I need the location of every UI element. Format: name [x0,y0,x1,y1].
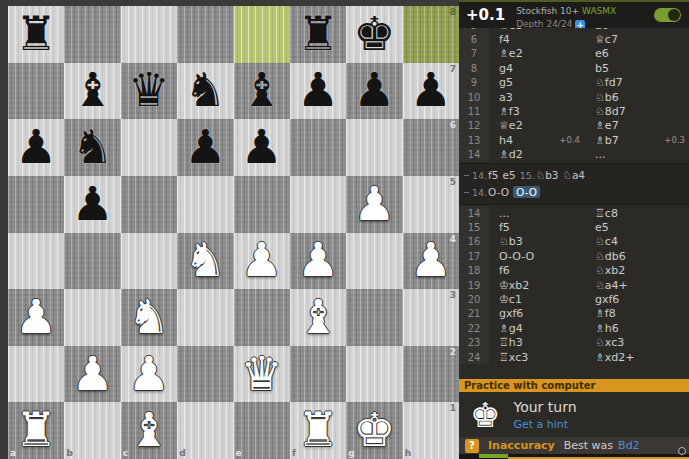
square-e1[interactable]: e [234,402,290,459]
white-move-text[interactable]: f6 [499,264,510,277]
white-move[interactable]: ... [489,206,585,220]
black-pawn-h7[interactable]: ♟ [410,66,452,113]
square-b3[interactable] [64,289,120,346]
move-number: 19 [459,278,489,292]
move-row-14: 14...♖c8 [459,206,689,220]
best-move-link[interactable]: Bd2 [618,439,640,452]
progress-green-segment [479,454,508,458]
square-a7[interactable] [8,63,64,120]
white-move-text[interactable]: ♖xc3 [499,351,528,364]
black-knight-d7[interactable]: ♞ [184,66,226,113]
move-number: 10 [459,90,489,104]
rank-label-5: 5 [450,178,456,187]
rank-label-6: 6 [450,121,456,130]
black-move[interactable]: ♕c7 [585,32,689,46]
get-hint-link[interactable]: Get a hint [513,418,576,431]
white-move-text[interactable]: ♗d2 [499,148,523,161]
black-move-text[interactable]: ♕c7 [595,33,618,46]
white-pawn-g5[interactable]: ♟ [353,180,395,227]
black-move-text[interactable]: ♘xb2 [595,264,625,277]
engine-header: +0.1 Stockfish 10+WASMX Depth 24/24+ [459,2,689,28]
move-row-20: 20♔c1gxf6 [459,292,689,306]
file-label-h: h [405,449,411,458]
black-rook-a8[interactable]: ♜ [15,10,57,57]
move-row-24: 24♖xc3♗xd2+ [459,350,689,364]
black-knight-b6[interactable]: ♞ [71,123,113,170]
square-d8[interactable] [177,6,233,63]
variation-line-2: 14.O-OO-O [463,184,685,201]
move-number: 15 [459,220,489,234]
file-label-g: g [348,449,354,458]
white-move[interactable]: f6 [489,263,585,277]
black-move[interactable]: ♘8d7 [585,104,689,118]
chess-analysis-app: ♜♜♚8♝♛♞♝♟♟♟7♟♞♟♟6♟♟5♞♟♟♟4♟♞♝3♟♟♛2♜ab♝cde… [0,0,689,459]
variation-move[interactable]: ♘b3 [536,169,559,181]
white-move-text[interactable]: f4 [499,33,510,46]
engine-name-line: Stockfish 10+WASMX [516,6,616,16]
move-number: 13 [459,133,489,147]
square-a3[interactable]: ♟ [8,289,64,346]
square-c2[interactable]: ♟ [121,346,177,403]
square-b1[interactable]: b [64,402,120,459]
square-c8[interactable] [121,6,177,63]
move-row-17: 17O-O-O♘db6 [459,249,689,263]
practice-bar: Practice with computer [459,379,689,392]
square-a5[interactable] [8,176,64,233]
square-e6[interactable]: ♟ [234,119,290,176]
square-g3[interactable] [346,289,402,346]
black-move-text[interactable]: ♗xd2+ [595,351,635,364]
square-h1[interactable]: 1h [403,402,459,459]
white-move-text[interactable]: ♗e2 [499,47,523,60]
white-knight-c3[interactable]: ♞ [128,293,170,340]
white-move[interactable]: ♘b3 [489,235,585,249]
move-row-14: 14♗d2... [459,148,689,162]
square-f8[interactable]: ♜ [290,6,346,63]
move-row-18: 18f6♘xb2 [459,263,689,277]
black-move-text[interactable]: e5 [595,221,609,234]
black-move[interactable]: ♘xc3 [585,335,689,349]
white-move[interactable]: ♗e2 [489,47,585,61]
square-d6[interactable]: ♟ [177,119,233,176]
black-rook-f8[interactable]: ♜ [297,10,339,57]
variation-move-number: 14. [472,170,487,181]
square-b5[interactable]: ♟ [64,176,120,233]
square-h3[interactable]: 3 [403,289,459,346]
black-move-text[interactable]: b5 [595,62,609,75]
board-frame: ♜♜♚8♝♛♞♝♟♟♟7♟♞♟♟6♟♟5♞♟♟♟4♟♞♝3♟♟♛2♜ab♝cde… [0,0,459,459]
black-queen-c7[interactable]: ♛ [128,66,170,113]
engine-info: Stockfish 10+WASMX Depth 24/24+ [516,0,654,31]
move-number: 24 [459,350,489,364]
black-move[interactable]: ♘a4+ [585,278,689,292]
black-move-text[interactable]: ♘c4 [595,235,618,248]
square-a6[interactable]: ♟ [8,119,64,176]
white-move[interactable]: ♗f3 [489,104,585,118]
white-bishop-f3[interactable]: ♝ [297,293,339,340]
black-move[interactable]: ♗h6 [585,321,689,335]
white-rook-f1[interactable]: ♜ [297,406,339,453]
white-move[interactable]: O-O-O [489,249,585,263]
analysis-panel: +0.1 Stockfish 10+WASMX Depth 24/24+ 5♗e… [459,0,689,459]
square-a8[interactable]: ♜ [8,6,64,63]
move-number: 18 [459,263,489,277]
white-king-icon: ♚ [470,398,500,432]
engine-toggle[interactable] [654,8,681,22]
square-g2[interactable] [346,346,402,403]
rank-label-3: 3 [450,291,456,300]
white-move-text[interactable]: a3 [499,91,513,104]
black-move[interactable]: ... [585,148,689,162]
black-pawn-e6[interactable]: ♟ [241,123,283,170]
white-pawn-a3[interactable]: ♟ [15,293,57,340]
square-h4[interactable]: ♟4 [403,233,459,290]
file-label-e: e [236,449,242,458]
black-move[interactable]: ♘xb2 [585,263,689,277]
white-move-text[interactable]: gxf6 [499,307,523,320]
square-d3[interactable] [177,289,233,346]
square-d4[interactable]: ♞ [177,233,233,290]
black-move[interactable]: e5 [585,220,689,234]
black-move[interactable]: gxf6 [585,292,689,306]
black-move-text[interactable]: ♘fd7 [595,76,623,89]
square-e2[interactable]: ♛ [234,346,290,403]
white-move[interactable]: ♗g4 [489,321,585,335]
variation-move[interactable]: O-O [488,186,509,198]
square-g6[interactable] [346,119,402,176]
black-move[interactable]: e6 [585,47,689,61]
move-row-9: 9g5♘fd7 [459,76,689,90]
white-knight-d4[interactable]: ♞ [184,236,226,283]
variation-block: 14.f5e515.♘b3♘a414.O-OO-O [459,163,689,205]
white-move[interactable]: g4 [489,61,585,75]
feedback-row: ? Inaccuracy Best was Bd2 [459,437,689,454]
white-move-text[interactable]: g5 [499,76,513,89]
white-king-g1[interactable]: ♚ [353,406,395,453]
white-move-eval: +0.4 [559,135,585,145]
turn-label: Your turn [513,399,576,415]
white-move[interactable]: f4 [489,32,585,46]
square-h8[interactable]: 8 [403,6,459,63]
square-d7[interactable]: ♞ [177,63,233,120]
black-pawn-f7[interactable]: ♟ [297,66,339,113]
square-b4[interactable] [64,233,120,290]
square-b7[interactable]: ♝ [64,63,120,120]
black-move[interactable]: b5 [585,61,689,75]
black-move[interactable]: ♘b6 [585,90,689,104]
move-number: 7 [459,47,489,61]
white-move-text[interactable]: ... [499,207,510,220]
move-number: 8 [459,61,489,75]
black-move[interactable]: ♘fd7 [585,76,689,90]
square-b6[interactable]: ♞ [64,119,120,176]
white-move[interactable]: h4+0.4 [489,133,585,147]
square-c3[interactable]: ♞ [121,289,177,346]
engine-name: Stockfish 10+ [516,6,579,16]
file-label-b: b [66,449,72,458]
white-queen-e2[interactable]: ♛ [241,350,283,397]
move-row-10: 10a3♘b6 [459,90,689,104]
square-f3[interactable]: ♝ [290,289,346,346]
square-c1[interactable]: ♝c [121,402,177,459]
square-g4[interactable] [346,233,402,290]
black-move[interactable]: ♗xd2+ [585,350,689,364]
black-move[interactable]: ♖c8 [585,206,689,220]
move-row-21: 21gxf6♗f8 [459,307,689,321]
square-e7[interactable]: ♝ [234,63,290,120]
white-pawn-e4[interactable]: ♟ [241,236,283,283]
white-move[interactable]: ♖xc3 [489,350,585,364]
file-label-f: f [292,449,296,458]
variation-move[interactable]: f5 [488,169,498,181]
square-c5[interactable] [121,176,177,233]
white-rook-a1[interactable]: ♜ [15,406,57,453]
white-pawn-f4[interactable]: ♟ [297,236,339,283]
square-d1[interactable]: d [177,402,233,459]
resize-grip-icon[interactable] [678,447,686,455]
black-pawn-b5[interactable]: ♟ [71,180,113,227]
square-h5[interactable]: 5 [403,176,459,233]
square-f4[interactable]: ♟ [290,233,346,290]
square-c4[interactable] [121,233,177,290]
move-row-23: 23♖h3♘xc3 [459,335,689,349]
black-move-text[interactable]: ♘db6 [595,250,626,263]
square-a4[interactable] [8,233,64,290]
white-move[interactable]: ♔xb2 [489,278,585,292]
square-f7[interactable]: ♟ [290,63,346,120]
square-c7[interactable]: ♛ [121,63,177,120]
white-move-text[interactable]: ♗e3 [499,28,523,32]
black-bishop-b7[interactable]: ♝ [71,66,113,113]
white-move-text[interactable]: ♔c1 [499,293,522,306]
white-move-text[interactable]: g4 [499,62,513,75]
black-pawn-d6[interactable]: ♟ [184,123,226,170]
white-bishop-c1[interactable]: ♝ [128,406,170,453]
move-number: 14 [459,206,489,220]
move-row-6: 6f4♕c7 [459,32,689,46]
black-move[interactable]: ♘db6 [585,249,689,263]
square-c6[interactable] [121,119,177,176]
black-move[interactable]: ♗b7+0.3 [585,133,689,147]
move-list-inner: 5♗e3a66f4♕c77♗e2e68g4b59g5♘fd710a3♘b611♗… [459,28,689,364]
square-e3[interactable] [234,289,290,346]
black-move-eval: +0.3 [664,135,689,145]
white-move[interactable]: ♗d2 [489,148,585,162]
move-number: 17 [459,249,489,263]
move-number: 21 [459,307,489,321]
file-label-a: a [10,449,16,458]
black-move[interactable]: ♗f8 [585,307,689,321]
file-label-c: c [123,449,128,458]
black-move-text[interactable]: ♘8d7 [595,105,626,118]
move-number: 23 [459,335,489,349]
current-move[interactable]: O-O [513,186,540,198]
black-move-text[interactable]: e6 [595,47,609,60]
rank-label-8: 8 [450,8,456,17]
white-move[interactable]: ♖h3 [489,335,585,349]
black-move-text[interactable]: ♘a4+ [595,279,628,292]
move-number: 11 [459,104,489,118]
white-move-text[interactable]: h4 [499,134,513,147]
square-e5[interactable] [234,176,290,233]
black-bishop-e7[interactable]: ♝ [241,66,283,113]
black-king-g8[interactable]: ♚ [353,10,395,57]
toggle-knob [668,9,680,21]
move-number: 14 [459,148,489,162]
black-pawn-g7[interactable]: ♟ [353,66,395,113]
black-move-text[interactable]: ♗b7 [595,134,619,147]
black-move-text[interactable]: ♗f8 [595,307,616,320]
move-number: 6 [459,32,489,46]
move-row-19: 19♔xb2♘a4+ [459,278,689,292]
move-number: 20 [459,292,489,306]
move-row-22: 22♗g4♗h6 [459,321,689,335]
square-h2[interactable]: 2 [403,346,459,403]
square-h6[interactable]: 6 [403,119,459,176]
white-move-text[interactable]: ♔xb2 [499,279,529,292]
move-row-11: 11♗f3♘8d7 [459,104,689,118]
engine-eval: +0.1 [459,6,516,24]
square-g8[interactable]: ♚ [346,6,402,63]
rank-label-1: 1 [450,404,456,413]
square-f6[interactable] [290,119,346,176]
rank-label-2: 2 [450,348,456,357]
white-pawn-b2[interactable]: ♟ [71,350,113,397]
inaccuracy-icon: ? [465,439,479,453]
white-move-text[interactable]: ♗g4 [499,322,523,335]
square-e4[interactable]: ♟ [234,233,290,290]
white-move[interactable]: ♕e2 [489,119,585,133]
square-f2[interactable] [290,346,346,403]
rank-label-4: 4 [450,235,456,244]
turn-texts: Your turn Get a hint [513,399,576,431]
black-move-text[interactable]: ♗h6 [595,322,619,335]
black-move-text[interactable]: gxf6 [595,293,619,306]
move-row-16: 16♘b3♘c4 [459,235,689,249]
square-b2[interactable]: ♟ [64,346,120,403]
black-move-text[interactable]: ... [595,148,606,161]
white-move[interactable]: g5 [489,76,585,90]
black-move-text[interactable]: a6 [595,28,609,32]
white-move-text[interactable]: ♖h3 [499,336,523,349]
black-move[interactable]: ♗e7 [585,119,689,133]
square-e8[interactable] [234,6,290,63]
rank-label-7: 7 [450,65,456,74]
square-d2[interactable] [177,346,233,403]
variation-move[interactable]: ♘a4 [563,169,586,181]
square-b8[interactable] [64,6,120,63]
square-g5[interactable]: ♟ [346,176,402,233]
engine-badge: WASMX [582,6,616,16]
square-g1[interactable]: ♚g [346,402,402,459]
bottom-progress-strip [459,454,689,459]
move-row-8: 8g4b5 [459,61,689,75]
move-row-7: 7♗e2e6 [459,47,689,61]
move-number: 22 [459,321,489,335]
white-move[interactable]: ♔c1 [489,292,585,306]
black-move-text[interactable]: ♘b6 [595,91,619,104]
variation-move-number: 14. [472,187,487,198]
best-was-label: Best was [564,439,613,452]
judgment-label: Inaccuracy [488,439,555,452]
square-a1[interactable]: ♜a [8,402,64,459]
move-row-13: 13h4+0.4♗b7+0.3 [459,133,689,147]
white-move[interactable]: a3 [489,90,585,104]
white-move-text[interactable]: O-O-O [499,250,534,263]
file-label-d: d [179,449,185,458]
variation-move[interactable]: e5 [503,169,516,181]
white-move-text[interactable]: ♗f3 [499,105,520,118]
white-pawn-c2[interactable]: ♟ [128,350,170,397]
move-number: 12 [459,119,489,133]
black-move-text[interactable]: ♗e7 [595,119,619,132]
white-move-text[interactable]: ♕e2 [499,119,523,132]
square-h7[interactable]: ♟7 [403,63,459,120]
square-f5[interactable] [290,176,346,233]
white-move[interactable]: f5 [489,220,585,234]
black-pawn-a6[interactable]: ♟ [15,123,57,170]
move-row-12: 12♕e2♗e7 [459,119,689,133]
white-move[interactable]: gxf6 [489,307,585,321]
variation-line-1: 14.f5e515.♘b3♘a4 [463,167,685,184]
black-move-text[interactable]: ♘xc3 [595,336,624,349]
move-number: 16 [459,235,489,249]
square-g7[interactable]: ♟ [346,63,402,120]
variation-move-number: 15. [520,170,535,181]
square-a2[interactable] [8,346,64,403]
move-number: 9 [459,76,489,90]
move-list: 5♗e3a66f4♕c77♗e2e68g4b59g5♘fd710a3♘b611♗… [459,28,689,379]
square-f1[interactable]: ♜f [290,402,346,459]
white-move-text[interactable]: f5 [499,221,510,234]
chess-board[interactable]: ♜♜♚8♝♛♞♝♟♟♟7♟♞♟♟6♟♟5♞♟♟♟4♟♞♝3♟♟♛2♜ab♝cde… [8,6,459,459]
black-move[interactable]: ♘c4 [585,235,689,249]
move-row-15: 15f5e5 [459,220,689,234]
white-move-text[interactable]: ♘b3 [499,235,523,248]
your-turn-section: ♚ Your turn Get a hint [459,392,689,437]
square-d5[interactable] [177,176,233,233]
white-pawn-h4[interactable]: ♟ [410,236,452,283]
black-move-text[interactable]: ♖c8 [595,207,618,220]
